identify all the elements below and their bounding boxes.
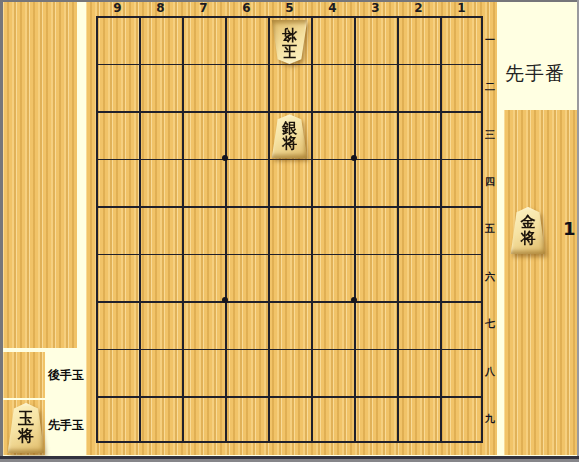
board-piece-gyoku-51[interactable]: 玉将	[271, 20, 308, 64]
turn-indicator: 先手番	[505, 61, 575, 87]
rank-label: 一	[483, 16, 497, 63]
rank-label: 五	[483, 206, 497, 253]
koma-kanji: 将	[282, 26, 297, 42]
rank-label: 九	[483, 396, 497, 443]
window-edge	[0, 0, 3, 462]
sente-king-label: 先手玉	[48, 417, 84, 434]
file-label: 6	[225, 1, 268, 15]
file-label: 7	[182, 1, 225, 15]
rank-label: 二	[483, 63, 497, 110]
window-edge	[0, 0, 579, 2]
hand-piece-count: 1	[563, 218, 576, 239]
koma-kanji: 将	[521, 231, 536, 247]
shogi-board-editor: 987654321 玉将銀将 一二三四五六七八九 先手番 金 将 1 後手玉 玉…	[0, 0, 579, 462]
star-point	[351, 155, 357, 161]
board-grid[interactable]: 玉将銀将	[96, 16, 483, 443]
star-point	[222, 297, 228, 303]
star-point	[351, 297, 357, 303]
rank-label: 三	[483, 111, 497, 158]
tray-piece-sente-king[interactable]: 玉 将	[7, 403, 45, 453]
sente-hand-tray[interactable]: 金 将 1	[504, 110, 577, 455]
koma-kanji: 将	[282, 136, 297, 152]
gote-king-label: 後手玉	[48, 367, 84, 384]
rank-label: 四	[483, 158, 497, 205]
file-label: 2	[397, 1, 440, 15]
gote-hand-tray[interactable]	[3, 2, 77, 348]
file-label: 3	[354, 1, 397, 15]
gote-king-slot[interactable]	[3, 352, 45, 398]
hand-piece-gold[interactable]: 金 将	[510, 207, 546, 254]
rank-label: 七	[483, 301, 497, 348]
file-label: 4	[311, 1, 354, 15]
rank-coordinates: 一二三四五六七八九	[483, 16, 497, 443]
file-label: 8	[139, 1, 182, 15]
file-label: 9	[96, 1, 139, 15]
star-point	[222, 155, 228, 161]
koma-kanji: 将	[18, 428, 34, 445]
file-coordinates: 987654321	[96, 1, 483, 15]
board-piece-silver-53[interactable]: 銀将	[271, 114, 308, 158]
rank-label: 八	[483, 348, 497, 395]
rank-label: 六	[483, 253, 497, 300]
file-label: 5	[268, 1, 311, 15]
file-label: 1	[440, 1, 483, 15]
